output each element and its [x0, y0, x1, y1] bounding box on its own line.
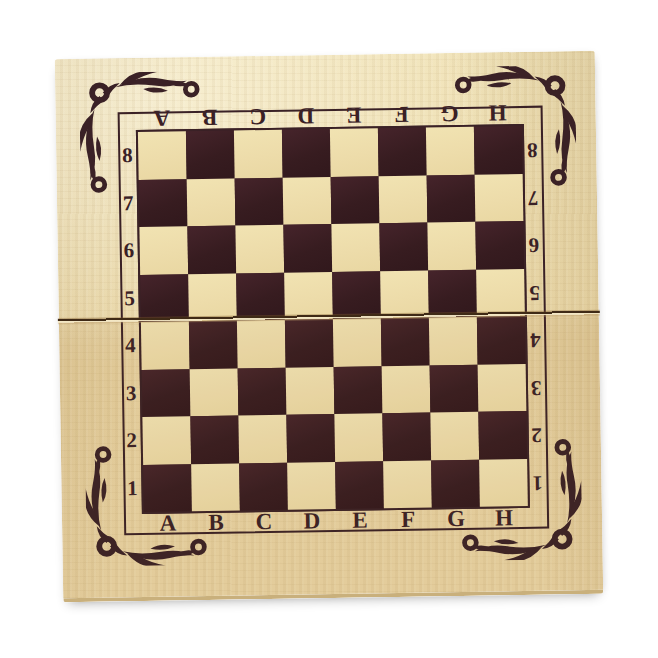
square-d6[interactable] [283, 224, 332, 272]
file-label-top-e: E [330, 103, 378, 126]
square-c2[interactable] [238, 415, 287, 463]
square-b4[interactable] [189, 320, 238, 368]
square-c6[interactable] [235, 225, 284, 273]
square-c7[interactable] [235, 177, 284, 225]
square-f3[interactable] [382, 365, 431, 413]
square-e4[interactable] [333, 318, 382, 366]
square-e5[interactable] [332, 271, 381, 319]
square-h4[interactable] [477, 316, 526, 364]
square-e6[interactable] [331, 223, 380, 271]
file-label-top-f: F [377, 102, 425, 125]
square-e1[interactable] [335, 461, 384, 509]
square-d4[interactable] [285, 319, 334, 367]
square-c3[interactable] [238, 367, 287, 415]
square-d5[interactable] [284, 271, 333, 319]
file-label-bottom-e: E [336, 509, 384, 532]
square-h5[interactable] [476, 268, 525, 316]
rank-label-left-6: 6 [119, 227, 138, 275]
square-f2[interactable] [382, 412, 431, 460]
square-e2[interactable] [334, 413, 383, 461]
corner-flourish-top-right-icon [447, 65, 577, 195]
square-d1[interactable] [287, 461, 336, 509]
file-label-top-c: C [234, 105, 282, 128]
square-d8[interactable] [282, 129, 331, 177]
rank-label-left-5: 5 [120, 274, 139, 322]
square-e8[interactable] [330, 128, 379, 176]
square-d7[interactable] [283, 176, 332, 224]
rank-label-left-4: 4 [121, 322, 140, 370]
rank-label-right-5: 5 [525, 268, 544, 316]
square-f5[interactable] [380, 270, 429, 318]
square-c5[interactable] [236, 272, 285, 320]
square-b6[interactable] [187, 225, 236, 273]
square-a6[interactable] [139, 226, 188, 274]
square-a3[interactable] [142, 369, 191, 417]
square-e7[interactable] [331, 176, 380, 224]
photo-canvas: ABCDEFGH ABCDEFGH 87654321 87654321 [0, 0, 658, 658]
square-h3[interactable] [478, 363, 527, 411]
square-f1[interactable] [383, 460, 432, 508]
square-e3[interactable] [334, 366, 383, 414]
file-label-bottom-c: C [240, 511, 288, 534]
square-f7[interactable] [379, 175, 428, 223]
square-h6[interactable] [475, 221, 524, 269]
file-label-bottom-f: F [384, 508, 432, 531]
rank-label-right-6: 6 [524, 221, 543, 269]
corner-flourish-bottom-left-icon [85, 437, 215, 567]
square-g6[interactable] [427, 222, 476, 270]
file-label-bottom-d: D [288, 510, 336, 533]
square-f4[interactable] [381, 317, 430, 365]
square-c4[interactable] [237, 320, 286, 368]
corner-flourish-bottom-right-icon [453, 431, 583, 561]
square-g4[interactable] [429, 317, 478, 365]
rank-label-left-3: 3 [122, 369, 141, 417]
square-f6[interactable] [379, 222, 428, 270]
folding-wooden-chessboard: ABCDEFGH ABCDEFGH 87654321 87654321 [55, 51, 603, 602]
file-label-top-d: D [282, 104, 330, 127]
square-g3[interactable] [430, 364, 479, 412]
square-b3[interactable] [190, 368, 239, 416]
square-c1[interactable] [239, 462, 288, 510]
square-f8[interactable] [378, 127, 427, 175]
square-b5[interactable] [188, 273, 237, 321]
corner-flourish-top-left-icon [79, 71, 209, 201]
square-g5[interactable] [428, 269, 477, 317]
square-d3[interactable] [286, 366, 335, 414]
rank-label-right-3: 3 [527, 363, 546, 411]
square-c8[interactable] [234, 130, 283, 178]
square-d2[interactable] [286, 414, 335, 462]
square-a4[interactable] [141, 321, 190, 369]
square-a5[interactable] [140, 274, 189, 322]
rank-label-right-4: 4 [526, 316, 545, 364]
